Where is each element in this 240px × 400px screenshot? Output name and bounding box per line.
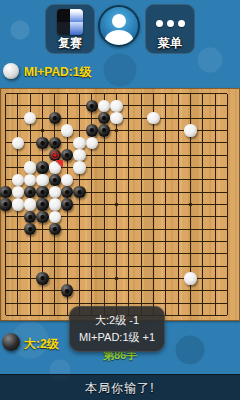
- white-player-label: MI+PAD:1级: [24, 64, 91, 81]
- white-stone: ●: [110, 112, 123, 125]
- black-stone: ●: [0, 198, 12, 211]
- rating-change-tooltip: 大:2级 -1 MI+PAD:1级 +1: [69, 306, 165, 352]
- white-stone: ●: [147, 112, 160, 125]
- black-stone: ●: [49, 174, 62, 187]
- menu-button-label: 菜单: [145, 35, 195, 52]
- go-app-screen: 复赛 菜单 MI+PAD:1级 ●●●●●●●●●●●●●●●●●●●●●●●●…: [0, 0, 240, 400]
- menu-button[interactable]: 菜单: [145, 4, 195, 54]
- white-stone: ●: [24, 198, 37, 211]
- black-stone: ●: [98, 124, 111, 137]
- black-stone: ●: [36, 161, 49, 174]
- avatar-head-shape: [112, 14, 126, 28]
- rating-change-white: MI+PAD:1级 +1: [79, 330, 155, 345]
- rating-change-black: 大:2级 -1: [95, 313, 139, 328]
- white-stone: ●: [24, 161, 37, 174]
- white-stone: ●: [49, 198, 62, 211]
- black-stone: ●: [36, 272, 49, 285]
- replay-button[interactable]: 复赛: [45, 4, 95, 54]
- white-stone: ●: [12, 198, 25, 211]
- white-stone: ●: [12, 174, 25, 187]
- black-stone: ●: [86, 100, 99, 113]
- white-stone: ●: [12, 137, 25, 150]
- star-point: [115, 277, 119, 281]
- last-move-circle-marker: [51, 151, 59, 159]
- white-stone: ●: [73, 137, 86, 150]
- ko-flag-marker: [55, 160, 63, 168]
- white-stone: ●: [73, 161, 86, 174]
- star-point: [189, 203, 193, 207]
- white-stone: ●: [110, 100, 123, 113]
- white-stone: ●: [184, 124, 197, 137]
- white-stone: ●: [49, 211, 62, 224]
- replay-button-label: 复赛: [45, 35, 95, 52]
- star-point: [41, 129, 45, 133]
- three-dots-icon: [152, 16, 188, 30]
- black-stone: ●: [73, 186, 86, 199]
- white-stone: ●: [61, 124, 74, 137]
- white-stone: ●: [36, 174, 49, 187]
- black-stone: ●: [49, 137, 62, 150]
- avatar-body-shape: [105, 30, 133, 47]
- result-banner-text: 本局你输了!: [85, 380, 154, 397]
- go-board[interactable]: ●●●●●●●●●●●●●●●●●●●●●●●●●●●●●●●●●●●●●●●●…: [0, 88, 240, 321]
- result-banner: 本局你输了!: [0, 374, 240, 400]
- checker-board-icon: [57, 9, 83, 35]
- player-avatar-icon[interactable]: [98, 5, 140, 47]
- white-stone: ●: [86, 137, 99, 150]
- white-stone-icon: [3, 63, 19, 79]
- white-stone: ●: [184, 272, 197, 285]
- star-point: [115, 129, 119, 133]
- black-stone: ●: [61, 198, 74, 211]
- black-stone: ●: [86, 124, 99, 137]
- star-point: [115, 203, 119, 207]
- white-stone: ●: [73, 149, 86, 162]
- black-stone: ●: [36, 186, 49, 199]
- black-stone: ●: [36, 137, 49, 150]
- black-stone: ●: [36, 198, 49, 211]
- black-stone: ●: [36, 211, 49, 224]
